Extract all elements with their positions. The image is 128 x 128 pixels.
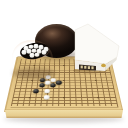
maker-emblem-icon (101, 64, 106, 67)
go-set-product-photo[interactable] (0, 0, 128, 128)
box-top-face (75, 24, 119, 64)
stone-box (0, 0, 128, 128)
